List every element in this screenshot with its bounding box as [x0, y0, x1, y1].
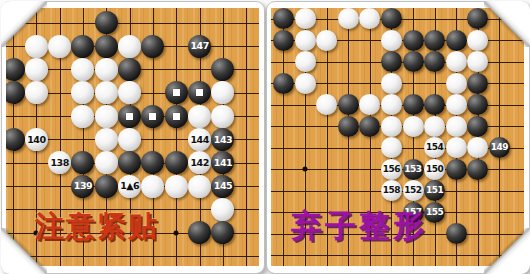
white-stone: [25, 58, 48, 81]
white-stone: [381, 137, 402, 158]
white-stone: [165, 175, 188, 198]
square-mark-icon: [196, 89, 203, 96]
white-stone: [446, 137, 467, 158]
move-number: 158: [383, 186, 400, 195]
move-number: 154: [426, 143, 443, 152]
black-stone: [188, 81, 211, 104]
move-number: 138: [50, 158, 68, 168]
white-stone: [141, 175, 164, 198]
black-stone: [141, 151, 164, 174]
move-number: 139: [74, 181, 92, 191]
white-stone: [295, 8, 316, 29]
black-stone: [424, 94, 445, 115]
black-stone: [211, 221, 234, 244]
move-number: 143: [214, 135, 232, 145]
black-stone: [211, 58, 234, 81]
move-number: 1▲6: [120, 181, 139, 191]
square-mark-icon: [173, 89, 180, 96]
white-stone: [467, 137, 488, 158]
black-stone: 141: [211, 151, 234, 174]
page-curl-icon: [484, 1, 530, 47]
square-mark-icon: [126, 113, 133, 120]
white-stone: [95, 58, 118, 81]
black-stone: [6, 128, 25, 151]
black-stone: 149: [489, 137, 510, 158]
black-stone: [403, 51, 424, 72]
white-stone: [467, 51, 488, 72]
black-stone: [273, 30, 294, 51]
black-stone: [467, 73, 488, 94]
white-stone: [188, 105, 211, 128]
white-stone: [188, 175, 211, 198]
move-number: 142: [190, 158, 208, 168]
black-stone: [165, 81, 188, 104]
white-stone: 140: [25, 128, 48, 151]
page-curl-icon: [1, 1, 47, 47]
star-point: [303, 167, 308, 172]
white-stone: [446, 73, 467, 94]
white-stone: 152: [403, 180, 424, 201]
black-stone: [467, 94, 488, 115]
move-number: 152: [404, 186, 421, 195]
white-stone: 158: [381, 180, 402, 201]
black-stone: [165, 151, 188, 174]
left-caption: 注意紧贴: [35, 207, 159, 247]
white-stone: 156: [381, 159, 402, 180]
white-stone: 142: [188, 151, 211, 174]
black-stone: [446, 30, 467, 51]
move-number: 151: [426, 186, 443, 195]
move-number: 149: [491, 143, 508, 152]
black-stone: 153: [403, 159, 424, 180]
white-stone: [446, 94, 467, 115]
white-stone: [446, 51, 467, 72]
move-number: 141: [214, 158, 232, 168]
black-stone: [71, 151, 94, 174]
white-stone: [316, 94, 337, 115]
white-stone: [95, 151, 118, 174]
black-stone: [6, 81, 25, 104]
white-stone: [211, 105, 234, 128]
white-stone: [295, 73, 316, 94]
black-stone: [273, 8, 294, 29]
white-stone: [211, 81, 234, 104]
move-number: 155: [426, 208, 443, 217]
black-stone: [381, 51, 402, 72]
square-mark-icon: [149, 113, 156, 120]
black-stone: [118, 151, 141, 174]
black-stone: [95, 175, 118, 198]
black-stone: [6, 58, 25, 81]
black-stone: [338, 94, 359, 115]
white-stone: [424, 116, 445, 137]
white-stone: [118, 35, 141, 58]
black-stone: [424, 30, 445, 51]
white-stone: [381, 73, 402, 94]
square-mark-icon: [173, 113, 180, 120]
move-number: 153: [404, 165, 421, 174]
black-stone: 151: [424, 180, 445, 201]
black-stone: [141, 35, 164, 58]
black-stone: [446, 223, 467, 244]
white-stone: [446, 116, 467, 137]
white-stone: [95, 105, 118, 128]
white-stone: [71, 81, 94, 104]
white-stone: [118, 81, 141, 104]
left-photo-panel: 1471401441431381421411391▲6145 注意紧贴: [1, 1, 265, 274]
white-stone: 154: [424, 137, 445, 158]
white-stone: [359, 94, 380, 115]
white-stone: [25, 81, 48, 104]
black-stone: [118, 105, 141, 128]
move-number: 147: [190, 41, 208, 51]
page-curl-icon: [484, 228, 530, 274]
black-stone: 139: [71, 175, 94, 198]
move-number: 156: [383, 165, 400, 174]
black-stone: [359, 116, 380, 137]
black-stone: [141, 105, 164, 128]
white-stone: [359, 8, 380, 29]
black-stone: [381, 8, 402, 29]
right-photo-panel: 154149156153150158152151157155 弃子整形: [266, 1, 530, 274]
move-number: 140: [27, 135, 45, 145]
white-stone: 144: [188, 128, 211, 151]
white-stone: [48, 35, 71, 58]
black-stone: 155: [424, 202, 445, 223]
black-stone: [338, 116, 359, 137]
white-stone: [381, 94, 402, 115]
white-stone: [295, 30, 316, 51]
white-stone: [403, 116, 424, 137]
move-number: 145: [214, 181, 232, 191]
black-stone: [95, 35, 118, 58]
black-stone: 145: [211, 175, 234, 198]
black-stone: [467, 159, 488, 180]
white-stone: [381, 30, 402, 51]
black-stone: 143: [211, 128, 234, 151]
move-number: 150: [426, 165, 443, 174]
black-stone: [424, 51, 445, 72]
white-stone: [316, 30, 337, 51]
white-stone: [71, 105, 94, 128]
black-stone: [403, 30, 424, 51]
black-stone: [403, 94, 424, 115]
black-stone: [467, 116, 488, 137]
black-stone: 147: [188, 35, 211, 58]
white-stone: [95, 128, 118, 151]
black-stone: [165, 105, 188, 128]
black-stone: [273, 73, 294, 94]
black-stone: [71, 35, 94, 58]
white-stone: [338, 8, 359, 29]
white-stone: 150: [424, 159, 445, 180]
move-number: 144: [190, 135, 208, 145]
white-stone: [118, 128, 141, 151]
black-stone: [118, 58, 141, 81]
white-stone: [295, 51, 316, 72]
white-stone: [95, 81, 118, 104]
white-stone: [211, 198, 234, 221]
star-point: [174, 230, 179, 235]
white-stone: 138: [48, 151, 71, 174]
white-stone: [381, 116, 402, 137]
white-stone: [71, 58, 94, 81]
right-caption: 弃子整形: [291, 205, 427, 247]
black-stone: [446, 159, 467, 180]
black-stone: [95, 11, 118, 34]
black-stone: [188, 221, 211, 244]
white-stone: 1▲6: [118, 175, 141, 198]
